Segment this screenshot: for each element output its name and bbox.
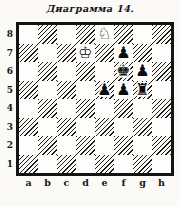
square-b6 [38, 62, 57, 81]
rank-label-7: 7 [2, 44, 13, 63]
square-a3 [19, 118, 38, 137]
rank-labels: 87654321 [2, 25, 13, 173]
file-label-g: g [133, 177, 152, 188]
square-g8 [133, 25, 152, 44]
square-c1 [57, 155, 76, 174]
square-h2 [152, 136, 171, 155]
square-e6 [95, 62, 114, 81]
square-a1 [19, 155, 38, 174]
square-b2 [38, 136, 57, 155]
square-e8: ♘ [95, 25, 114, 44]
square-d2 [76, 136, 95, 155]
square-g3 [133, 118, 152, 137]
square-g7 [133, 44, 152, 63]
square-d5 [76, 81, 95, 100]
square-f5: ♟ [114, 81, 133, 100]
black-pawn-icon: ♟ [114, 44, 133, 63]
square-g5: ♜ [133, 81, 152, 100]
rank-label-6: 6 [2, 62, 13, 81]
rank-label-2: 2 [2, 136, 13, 155]
rank-label-4: 4 [2, 99, 13, 118]
chess-board: ♘♔♟♚♟♟♟♜ [16, 22, 174, 176]
file-label-f: f [114, 177, 133, 188]
rank-label-1: 1 [2, 155, 13, 174]
square-f2 [114, 136, 133, 155]
square-g6: ♟ [133, 62, 152, 81]
square-a8 [19, 25, 38, 44]
square-a4 [19, 99, 38, 118]
file-label-h: h [152, 177, 171, 188]
square-f3 [114, 118, 133, 137]
square-b7 [38, 44, 57, 63]
square-e1 [95, 155, 114, 174]
rank-label-8: 8 [2, 25, 13, 44]
square-d4 [76, 99, 95, 118]
square-c2 [57, 136, 76, 155]
square-a2 [19, 136, 38, 155]
square-a6 [19, 62, 38, 81]
square-h8 [152, 25, 171, 44]
square-b4 [38, 99, 57, 118]
square-h4 [152, 99, 171, 118]
square-b1 [38, 155, 57, 174]
square-d3 [76, 118, 95, 137]
square-g4 [133, 99, 152, 118]
square-g2 [133, 136, 152, 155]
black-pawn-icon: ♟ [114, 81, 133, 100]
square-g1 [133, 155, 152, 174]
square-c7 [57, 44, 76, 63]
file-label-d: d [76, 177, 95, 188]
square-a7 [19, 44, 38, 63]
file-label-a: a [19, 177, 38, 188]
square-d8 [76, 25, 95, 44]
square-a5 [19, 81, 38, 100]
square-e7 [95, 44, 114, 63]
square-c5 [57, 81, 76, 100]
square-f4 [114, 99, 133, 118]
square-f8 [114, 25, 133, 44]
rank-label-3: 3 [2, 118, 13, 137]
file-label-b: b [38, 177, 57, 188]
square-d6 [76, 62, 95, 81]
square-h6 [152, 62, 171, 81]
square-f6: ♚ [114, 62, 133, 81]
square-b5 [38, 81, 57, 100]
square-d7: ♔ [76, 44, 95, 63]
file-labels: abcdefgh [19, 177, 171, 188]
black-pawn-icon: ♟ [95, 81, 114, 100]
square-e3 [95, 118, 114, 137]
black-pawn-icon: ♟ [133, 62, 152, 81]
square-c4 [57, 99, 76, 118]
square-h7 [152, 44, 171, 63]
square-e4 [95, 99, 114, 118]
square-e5: ♟ [95, 81, 114, 100]
diagram-title: Диаграмма 14. [0, 3, 180, 14]
square-h5 [152, 81, 171, 100]
black-king-icon: ♚ [114, 62, 133, 81]
square-d1 [76, 155, 95, 174]
square-b8 [38, 25, 57, 44]
square-h3 [152, 118, 171, 137]
square-b3 [38, 118, 57, 137]
white-king-icon: ♔ [76, 44, 95, 63]
square-c6 [57, 62, 76, 81]
square-e2 [95, 136, 114, 155]
square-h1 [152, 155, 171, 174]
square-c3 [57, 118, 76, 137]
rank-label-5: 5 [2, 81, 13, 100]
square-f7: ♟ [114, 44, 133, 63]
file-label-c: c [57, 177, 76, 188]
black-rook-icon: ♜ [133, 81, 152, 100]
square-f1 [114, 155, 133, 174]
white-knight-icon: ♘ [95, 25, 114, 44]
file-label-e: e [95, 177, 114, 188]
square-c8 [57, 25, 76, 44]
